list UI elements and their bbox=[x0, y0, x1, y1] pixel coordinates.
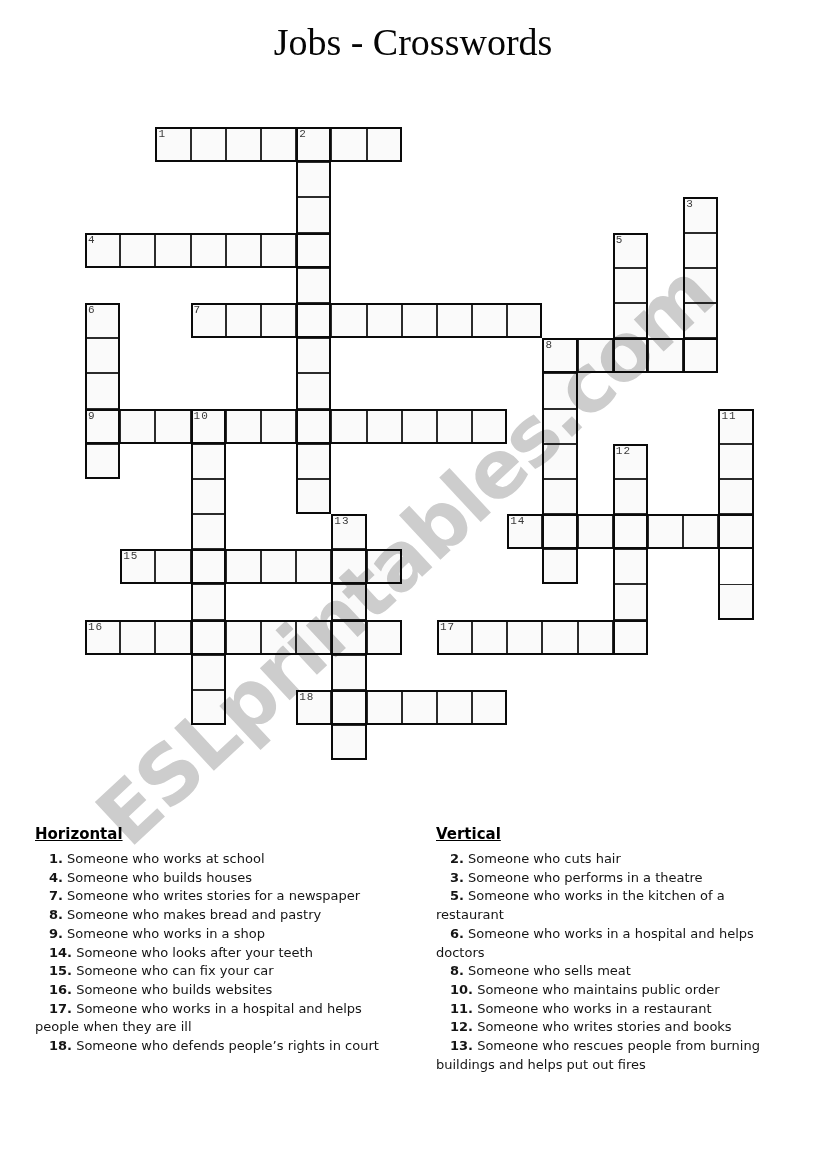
grid-cell[interactable] bbox=[191, 233, 226, 268]
clue-text: Someone who writes stories and books bbox=[473, 1019, 732, 1034]
grid-cell[interactable] bbox=[367, 409, 402, 444]
grid-cell[interactable] bbox=[683, 268, 718, 303]
clue-item: 14. Someone who looks after your teeth bbox=[35, 944, 431, 963]
clue-number-label: 11. bbox=[450, 1001, 473, 1016]
grid-cell[interactable] bbox=[261, 233, 296, 268]
clue-text: Someone who works in a shop bbox=[63, 926, 265, 941]
grid-cell[interactable] bbox=[331, 549, 366, 584]
clue-number-label: 5. bbox=[450, 888, 464, 903]
grid-cell[interactable] bbox=[191, 549, 226, 584]
crossword-worksheet: Jobs - Crosswords 1234567891011121314151… bbox=[0, 0, 826, 1169]
grid-cell[interactable]: 2 bbox=[296, 127, 331, 162]
grid-cell[interactable] bbox=[296, 549, 331, 584]
grid-cell[interactable]: 17 bbox=[437, 620, 472, 655]
grid-cell[interactable] bbox=[542, 514, 577, 549]
grid-cell[interactable] bbox=[613, 620, 648, 655]
vertical-clues-section: Vertical 2. Someone who cuts hair3. Some… bbox=[436, 825, 822, 1074]
grid-cell[interactable] bbox=[296, 197, 331, 232]
grid-cell[interactable] bbox=[191, 584, 226, 619]
clue-text: Someone who looks after your teeth bbox=[72, 945, 313, 960]
cell-number: 5 bbox=[616, 235, 624, 246]
clue-item: 6. Someone who works in a hospital and h… bbox=[436, 925, 822, 962]
horizontal-clues-section: Horizontal 1. Someone who works at schoo… bbox=[35, 825, 431, 1056]
clue-text: Someone who cuts hair bbox=[464, 851, 621, 866]
grid-cell[interactable] bbox=[261, 127, 296, 162]
vertical-clues-header: Vertical bbox=[436, 825, 822, 843]
clue-item: 15. Someone who can fix your car bbox=[35, 962, 431, 981]
grid-cell[interactable] bbox=[331, 620, 366, 655]
clue-item: 1. Someone who works at school bbox=[35, 850, 431, 869]
grid-cell[interactable] bbox=[85, 373, 120, 408]
grid-cell[interactable] bbox=[367, 303, 402, 338]
cell-number: 11 bbox=[721, 411, 736, 422]
grid-cell[interactable] bbox=[296, 444, 331, 479]
grid-cell[interactable] bbox=[402, 690, 437, 725]
grid-cell[interactable] bbox=[613, 549, 648, 584]
crossword-board: 123456789101112131415161718 bbox=[85, 127, 754, 760]
grid-cell[interactable] bbox=[155, 233, 190, 268]
grid-cell[interactable] bbox=[437, 690, 472, 725]
clue-number-label: 9. bbox=[49, 926, 63, 941]
grid-cell[interactable] bbox=[191, 444, 226, 479]
grid-cell[interactable] bbox=[718, 584, 753, 619]
clue-item: 12. Someone who writes stories and books bbox=[436, 1018, 822, 1037]
grid-cell[interactable]: 6 bbox=[85, 303, 120, 338]
grid-cell[interactable] bbox=[507, 303, 542, 338]
cell-number: 15 bbox=[123, 551, 138, 562]
clue-text: Someone who writes stories for a newspap… bbox=[63, 888, 360, 903]
grid-cell[interactable] bbox=[155, 620, 190, 655]
clue-item: 4. Someone who builds houses bbox=[35, 869, 431, 888]
grid-cell[interactable] bbox=[120, 233, 155, 268]
clue-item: 10. Someone who maintains public order bbox=[436, 981, 822, 1000]
grid-cell[interactable] bbox=[331, 127, 366, 162]
grid-cell[interactable] bbox=[648, 514, 683, 549]
grid-cell[interactable]: 18 bbox=[296, 690, 331, 725]
cell-number: 2 bbox=[299, 129, 307, 140]
clue-text: Someone who can fix your car bbox=[72, 963, 274, 978]
cell-number: 14 bbox=[510, 516, 525, 527]
horizontal-clues-header: Horizontal bbox=[35, 825, 431, 843]
clue-number-label: 4. bbox=[49, 870, 63, 885]
grid-cell[interactable]: 16 bbox=[85, 620, 120, 655]
clue-item: 8. Someone who sells meat bbox=[436, 962, 822, 981]
clue-number-label: 8. bbox=[49, 907, 63, 922]
grid-cell[interactable] bbox=[472, 409, 507, 444]
grid-cell[interactable] bbox=[261, 303, 296, 338]
clue-number-label: 6. bbox=[450, 926, 464, 941]
cell-number: 18 bbox=[299, 692, 314, 703]
grid-cell[interactable] bbox=[683, 514, 718, 549]
grid-cell[interactable]: 1 bbox=[155, 127, 190, 162]
clue-item: 5. Someone who works in the kitchen of a… bbox=[436, 887, 822, 924]
clue-text: Someone who defends people’s rights in c… bbox=[72, 1038, 379, 1053]
clue-text: Someone who rescues people from burning … bbox=[436, 1038, 760, 1072]
grid-cell[interactable] bbox=[120, 409, 155, 444]
grid-cell[interactable] bbox=[331, 655, 366, 690]
grid-cell[interactable]: 13 bbox=[331, 514, 366, 549]
grid-cell[interactable] bbox=[542, 373, 577, 408]
clue-number-label: 14. bbox=[49, 945, 72, 960]
grid-cell[interactable] bbox=[191, 479, 226, 514]
grid-cell[interactable] bbox=[155, 409, 190, 444]
grid-cell[interactable] bbox=[507, 620, 542, 655]
grid-cell[interactable]: 7 bbox=[191, 303, 226, 338]
clue-item: 16. Someone who builds websites bbox=[35, 981, 431, 1000]
grid-cell[interactable] bbox=[542, 620, 577, 655]
grid-cell[interactable] bbox=[472, 620, 507, 655]
clue-item: 8. Someone who makes bread and pastry bbox=[35, 906, 431, 925]
grid-cell[interactable] bbox=[402, 303, 437, 338]
grid-cell[interactable] bbox=[296, 303, 331, 338]
grid-cell[interactable] bbox=[683, 303, 718, 338]
grid-cell[interactable] bbox=[367, 549, 402, 584]
grid-cell[interactable] bbox=[648, 338, 683, 373]
grid-cell[interactable] bbox=[296, 373, 331, 408]
grid-cell[interactable] bbox=[85, 444, 120, 479]
clue-item: 13. Someone who rescues people from burn… bbox=[436, 1037, 822, 1074]
grid-cell[interactable] bbox=[296, 409, 331, 444]
clue-number-label: 7. bbox=[49, 888, 63, 903]
grid-cell[interactable] bbox=[226, 303, 261, 338]
clue-number-label: 8. bbox=[450, 963, 464, 978]
grid-cell[interactable] bbox=[437, 409, 472, 444]
grid-cell[interactable] bbox=[331, 690, 366, 725]
cell-number: 10 bbox=[194, 411, 209, 422]
cell-number: 6 bbox=[88, 305, 96, 316]
grid-cell[interactable] bbox=[472, 303, 507, 338]
clue-text: Someone who works in the kitchen of a re… bbox=[436, 888, 725, 922]
grid-cell[interactable] bbox=[367, 620, 402, 655]
horizontal-clue-list: 1. Someone who works at school4. Someone… bbox=[35, 850, 431, 1056]
grid-cell[interactable] bbox=[120, 620, 155, 655]
clue-number-label: 1. bbox=[49, 851, 63, 866]
cell-number: 17 bbox=[440, 622, 455, 633]
grid-cell[interactable] bbox=[613, 338, 648, 373]
clue-item: 9. Someone who works in a shop bbox=[35, 925, 431, 944]
grid-cell[interactable] bbox=[367, 690, 402, 725]
clue-text: Someone who sells meat bbox=[464, 963, 631, 978]
grid-cell[interactable]: 8 bbox=[542, 338, 577, 373]
grid-cell[interactable] bbox=[613, 479, 648, 514]
clue-number-label: 3. bbox=[450, 870, 464, 885]
clue-number-label: 13. bbox=[450, 1038, 473, 1053]
grid-cell[interactable] bbox=[226, 233, 261, 268]
cell-number: 8 bbox=[545, 340, 553, 351]
grid-cell[interactable] bbox=[191, 127, 226, 162]
grid-cell[interactable] bbox=[226, 549, 261, 584]
clue-item: 18. Someone who defends people’s rights … bbox=[35, 1037, 431, 1056]
grid-cell[interactable] bbox=[85, 338, 120, 373]
clue-text: Someone who works in a hospital and help… bbox=[436, 926, 754, 960]
grid-cell[interactable] bbox=[261, 409, 296, 444]
grid-cell[interactable] bbox=[226, 620, 261, 655]
grid-cell[interactable] bbox=[578, 620, 613, 655]
cell-number: 7 bbox=[194, 305, 202, 316]
clue-text: Someone who works in a hospital and help… bbox=[35, 1001, 362, 1035]
clue-item: 7. Someone who writes stories for a news… bbox=[35, 887, 431, 906]
grid-cell[interactable] bbox=[437, 303, 472, 338]
grid-cell[interactable] bbox=[296, 620, 331, 655]
grid-cell[interactable]: 5 bbox=[613, 233, 648, 268]
clue-number-label: 2. bbox=[450, 851, 464, 866]
clue-text: Someone who makes bread and pastry bbox=[63, 907, 321, 922]
grid-cell[interactable]: 14 bbox=[507, 514, 542, 549]
grid-cell[interactable]: 15 bbox=[120, 549, 155, 584]
grid-cell[interactable] bbox=[613, 303, 648, 338]
grid-cell[interactable] bbox=[226, 127, 261, 162]
cell-number: 4 bbox=[88, 235, 96, 246]
grid-cell[interactable] bbox=[296, 162, 331, 197]
vertical-clue-list: 2. Someone who cuts hair3. Someone who p… bbox=[436, 850, 822, 1074]
grid-cell[interactable] bbox=[542, 409, 577, 444]
grid-cell[interactable]: 3 bbox=[683, 197, 718, 232]
grid-cell[interactable] bbox=[683, 338, 718, 373]
grid-cell[interactable]: 12 bbox=[613, 444, 648, 479]
grid-cell[interactable] bbox=[367, 127, 402, 162]
clue-text: Someone who builds websites bbox=[72, 982, 272, 997]
clue-number-label: 12. bbox=[450, 1019, 473, 1034]
grid-cell[interactable] bbox=[296, 268, 331, 303]
grid-cell[interactable] bbox=[613, 268, 648, 303]
clue-text: Someone who builds houses bbox=[63, 870, 252, 885]
clue-item: 3. Someone who performs in a theatre bbox=[436, 869, 822, 888]
grid-cell[interactable] bbox=[578, 338, 613, 373]
clue-number-label: 16. bbox=[49, 982, 72, 997]
clue-text: Someone who works in a restaurant bbox=[473, 1001, 712, 1016]
cell-number: 16 bbox=[88, 622, 103, 633]
grid-cell[interactable]: 11 bbox=[718, 409, 753, 444]
cell-number: 12 bbox=[616, 446, 631, 457]
grid-cell[interactable] bbox=[261, 549, 296, 584]
grid-cell[interactable] bbox=[191, 690, 226, 725]
grid-cell[interactable] bbox=[718, 514, 753, 549]
grid-cell[interactable] bbox=[191, 620, 226, 655]
grid-cell[interactable] bbox=[542, 479, 577, 514]
cell-number: 9 bbox=[88, 411, 96, 422]
grid-cell[interactable] bbox=[296, 338, 331, 373]
grid-cell[interactable] bbox=[683, 233, 718, 268]
cell-number: 1 bbox=[158, 129, 166, 140]
grid-cell[interactable] bbox=[578, 514, 613, 549]
grid-cell[interactable] bbox=[718, 444, 753, 479]
grid-cell[interactable]: 9 bbox=[85, 409, 120, 444]
grid-cell[interactable] bbox=[261, 620, 296, 655]
clue-number-label: 18. bbox=[49, 1038, 72, 1053]
grid-cell[interactable] bbox=[191, 514, 226, 549]
grid-cell[interactable] bbox=[402, 409, 437, 444]
grid-cell[interactable] bbox=[331, 725, 366, 760]
grid-cell[interactable] bbox=[542, 549, 577, 584]
clue-text: Someone who maintains public order bbox=[473, 982, 720, 997]
grid-cell[interactable] bbox=[331, 409, 366, 444]
clue-text: Someone who performs in a theatre bbox=[464, 870, 703, 885]
grid-cell[interactable] bbox=[331, 303, 366, 338]
grid-cell[interactable] bbox=[191, 655, 226, 690]
clue-text: Someone who works at school bbox=[63, 851, 265, 866]
grid-cell[interactable] bbox=[331, 584, 366, 619]
clue-number-label: 10. bbox=[450, 982, 473, 997]
clue-number-label: 17. bbox=[49, 1001, 72, 1016]
grid-cell[interactable]: 10 bbox=[191, 409, 226, 444]
grid-cell[interactable] bbox=[296, 479, 331, 514]
grid-cell[interactable] bbox=[226, 409, 261, 444]
cell-number: 13 bbox=[334, 516, 349, 527]
grid-cell[interactable] bbox=[155, 549, 190, 584]
clue-number-label: 15. bbox=[49, 963, 72, 978]
grid-cell[interactable] bbox=[718, 479, 753, 514]
clue-item: 11. Someone who works in a restaurant bbox=[436, 1000, 822, 1019]
grid-cell[interactable]: 4 bbox=[85, 233, 120, 268]
clue-item: 2. Someone who cuts hair bbox=[436, 850, 822, 869]
grid-cell[interactable] bbox=[613, 584, 648, 619]
grid-cell[interactable] bbox=[472, 690, 507, 725]
grid-cell[interactable] bbox=[296, 233, 331, 268]
clue-item: 17. Someone who works in a hospital and … bbox=[35, 1000, 431, 1037]
grid-cell[interactable] bbox=[542, 444, 577, 479]
grid-cell[interactable] bbox=[613, 514, 648, 549]
cell-number: 3 bbox=[686, 199, 694, 210]
page-title: Jobs - Crosswords bbox=[0, 20, 826, 64]
